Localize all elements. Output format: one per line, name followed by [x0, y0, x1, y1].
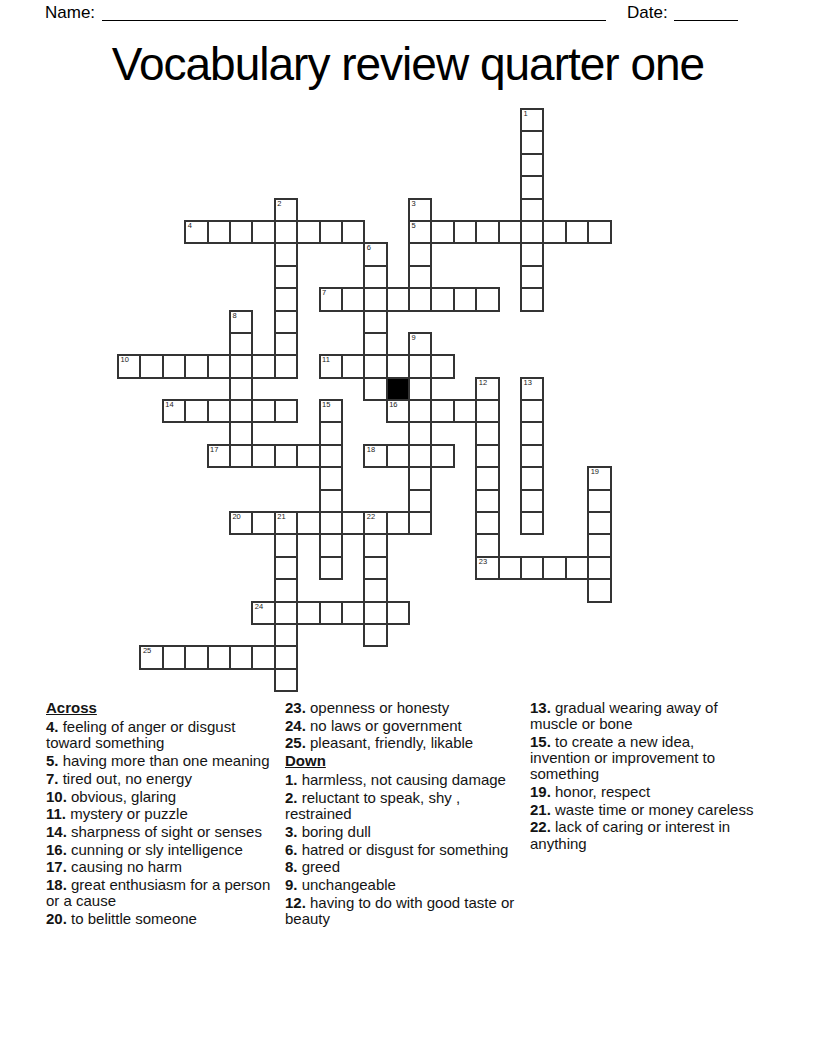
clue-number: 9. [285, 876, 298, 893]
across-clues-part-1: 4. feeling of anger or disgust toward so… [46, 719, 282, 927]
cell-number-3: 3 [412, 200, 416, 209]
clue-number: 7. [46, 770, 59, 787]
cell-r5-c17[interactable] [499, 221, 521, 243]
cell-r21-c11[interactable] [364, 579, 386, 601]
cell-r13-c14[interactable] [431, 400, 453, 422]
cell-r17-c16[interactable] [476, 490, 498, 512]
cell-r13-c13[interactable] [409, 400, 431, 422]
cell-r11-c4[interactable] [208, 355, 230, 377]
cell-r11-c3[interactable] [185, 355, 207, 377]
cell-r22-c12[interactable] [387, 602, 409, 624]
cell-r5-c3[interactable]: 4 [185, 221, 207, 243]
cell-number-8: 8 [232, 312, 236, 321]
cell-r8-c16[interactable] [476, 288, 498, 310]
cell-r4-c18[interactable] [521, 199, 543, 221]
clue-text: obvious, glaring [67, 788, 176, 805]
cell-r5-c18[interactable] [521, 221, 543, 243]
cell-r8-c13[interactable] [409, 288, 431, 310]
black-cell-r12-c12 [387, 378, 409, 400]
cell-r11-c14[interactable] [431, 355, 453, 377]
date-write-line[interactable] [674, 20, 738, 21]
cell-r15-c9[interactable] [320, 445, 342, 467]
clue-number: 15. [530, 733, 551, 750]
puzzle-title: Vocabulary review quarter one [0, 38, 816, 90]
cell-r22-c10[interactable] [342, 602, 364, 624]
clue-text: having to do with good taste or beauty [285, 894, 514, 927]
cell-r8-c11[interactable] [364, 288, 386, 310]
cell-r18-c6[interactable] [252, 512, 274, 534]
clue-down-21: 21. waste time or money careless [530, 802, 756, 818]
clue-across-17: 17. causing no harm [46, 859, 282, 875]
cell-r24-c1[interactable]: 25 [140, 646, 162, 668]
cell-r6-c13[interactable] [409, 243, 431, 265]
cell-r5-c15[interactable] [454, 221, 476, 243]
clues-column-2: 23. openness or honesty24. no laws or go… [285, 700, 521, 929]
clue-number: 25. [285, 734, 306, 751]
cell-r11-c6[interactable] [252, 355, 274, 377]
clue-number: 23. [285, 699, 306, 716]
clue-number: 13. [530, 699, 551, 716]
cell-number-12: 12 [479, 379, 487, 388]
cell-r12-c5[interactable] [230, 378, 252, 400]
cell-r16-c21[interactable]: 19 [588, 467, 610, 489]
clue-text: to create a new idea, invention or impro… [530, 733, 715, 782]
clue-number: 11. [46, 805, 66, 822]
clue-text: causing no harm [67, 858, 182, 875]
cell-r22-c8[interactable] [297, 602, 319, 624]
cell-r13-c15[interactable] [454, 400, 476, 422]
cell-r18-c13[interactable] [409, 512, 431, 534]
cell-r24-c7[interactable] [275, 646, 297, 668]
down-clues-part-1: 1. harmless, not causing damage2. reluct… [285, 772, 521, 927]
cell-number-1: 1 [524, 110, 528, 119]
cell-r20-c17[interactable] [499, 557, 521, 579]
across-clues-part-2: 23. openness or honesty24. no laws or go… [285, 700, 521, 752]
cell-r3-c18[interactable] [521, 176, 543, 198]
cell-r9-c5[interactable]: 8 [230, 311, 252, 333]
clue-text: boring dull [298, 823, 371, 840]
cell-r18-c21[interactable] [588, 512, 610, 534]
cell-r8-c15[interactable] [454, 288, 476, 310]
cell-r4-c7[interactable]: 2 [275, 199, 297, 221]
cell-r12-c18[interactable]: 13 [521, 378, 543, 400]
clue-number: 18. [46, 876, 67, 893]
cell-r19-c9[interactable] [320, 534, 342, 556]
cell-r11-c9[interactable]: 11 [320, 355, 342, 377]
clue-across-25: 25. pleasant, friendly, likable [285, 735, 521, 751]
clue-text: pleasant, friendly, likable [306, 734, 473, 751]
cell-r13-c3[interactable] [185, 400, 207, 422]
cell-r6-c18[interactable] [521, 243, 543, 265]
cell-r20-c18[interactable] [521, 557, 543, 579]
clue-across-5: 5. having more than one meaning [46, 753, 282, 769]
clue-text: no laws or government [306, 717, 462, 734]
cell-r18-c7[interactable]: 21 [275, 512, 297, 534]
clue-across-24: 24. no laws or government [285, 718, 521, 734]
cell-r13-c2[interactable]: 14 [163, 400, 185, 422]
cell-r15-c12[interactable] [387, 445, 409, 467]
cell-r11-c10[interactable] [342, 355, 364, 377]
cell-r11-c12[interactable] [387, 355, 409, 377]
clue-across-18: 18. great enthusiasm for a person or a c… [46, 877, 282, 909]
cell-r15-c4[interactable]: 17 [208, 445, 230, 467]
cell-number-24: 24 [255, 603, 263, 612]
cell-r11-c7[interactable] [275, 355, 297, 377]
across-header: Across [46, 700, 282, 716]
cell-r18-c16[interactable] [476, 512, 498, 534]
clue-across-10: 10. obvious, glaring [46, 789, 282, 805]
cell-r12-c11[interactable] [364, 378, 386, 400]
cell-r10-c7[interactable] [275, 333, 297, 355]
cell-r11-c13[interactable] [409, 355, 431, 377]
cell-r23-c7[interactable] [275, 624, 297, 646]
cell-r11-c1[interactable] [140, 355, 162, 377]
cell-r1-c18[interactable] [521, 131, 543, 153]
clue-number: 22. [530, 818, 551, 835]
clue-down-15: 15. to create a new idea, invention or i… [530, 734, 756, 783]
cell-r25-c7[interactable] [275, 669, 297, 691]
clue-across-23: 23. openness or honesty [285, 700, 521, 716]
cell-r20-c20[interactable] [566, 557, 588, 579]
cell-r12-c13[interactable] [409, 378, 431, 400]
cell-r0-c18[interactable]: 1 [521, 109, 543, 131]
cell-number-16: 16 [389, 401, 397, 410]
clue-text: unchangeable [298, 876, 396, 893]
cell-number-17: 17 [210, 446, 218, 455]
cell-r8-c12[interactable] [387, 288, 409, 310]
cell-r15-c5[interactable] [230, 445, 252, 467]
cell-r13-c7[interactable] [275, 400, 297, 422]
clue-text: openness or honesty [306, 699, 449, 716]
cell-r14-c16[interactable] [476, 422, 498, 444]
cell-r15-c16[interactable] [476, 445, 498, 467]
clue-across-16: 16. cunning or sly intelligence [46, 842, 282, 858]
cell-r8-c10[interactable] [342, 288, 364, 310]
cell-number-5: 5 [412, 222, 416, 231]
cell-r13-c18[interactable] [521, 400, 543, 422]
clue-number: 19. [530, 783, 551, 800]
clue-number: 16. [46, 841, 67, 858]
cell-r17-c21[interactable] [588, 490, 610, 512]
crossword-grid: 1234567891011121314151617181920212223242… [118, 109, 611, 691]
clues-column-1: Across 4. feeling of anger or disgust to… [46, 700, 282, 929]
clue-number: 14. [46, 823, 67, 840]
cell-number-22: 22 [367, 513, 375, 522]
cell-r22-c7[interactable] [275, 602, 297, 624]
cell-number-19: 19 [591, 468, 599, 477]
clue-text: hatred or disgust for something [298, 841, 509, 858]
cell-r16-c9[interactable] [320, 467, 342, 489]
cell-number-14: 14 [165, 401, 173, 410]
clue-text: honor, respect [551, 783, 650, 800]
cell-r13-c16[interactable] [476, 400, 498, 422]
clue-text: waste time or money careless [551, 801, 754, 818]
clue-down-6: 6. hatred or disgust for something [285, 842, 521, 858]
cell-r7-c11[interactable] [364, 266, 386, 288]
clue-number: 1. [285, 771, 298, 788]
cell-r9-c7[interactable] [275, 311, 297, 333]
clues-column-3: 13. gradual wearing away of muscle or bo… [530, 700, 756, 853]
clue-across-4: 4. feeling of anger or disgust toward so… [46, 719, 282, 751]
clue-number: 20. [46, 910, 67, 927]
cell-number-4: 4 [188, 222, 192, 231]
cell-r24-c2[interactable] [163, 646, 185, 668]
cell-r18-c12[interactable] [387, 512, 409, 534]
cell-r6-c7[interactable] [275, 243, 297, 265]
cell-r11-c0[interactable]: 10 [118, 355, 140, 377]
clue-across-11: 11. mystery or puzzle [46, 806, 282, 822]
clue-text: great enthusiasm for a person or a cause [46, 876, 270, 909]
clue-text: cunning or sly intelligence [67, 841, 243, 858]
cell-r5-c19[interactable] [543, 221, 565, 243]
cell-r23-c11[interactable] [364, 624, 386, 646]
cell-r15-c8[interactable] [297, 445, 319, 467]
down-clues-part-2: 13. gradual wearing away of muscle or bo… [530, 700, 756, 852]
cell-r18-c11[interactable]: 22 [364, 512, 386, 534]
cell-r15-c14[interactable] [431, 445, 453, 467]
cell-r19-c16[interactable] [476, 534, 498, 556]
cell-r13-c4[interactable] [208, 400, 230, 422]
cell-r7-c13[interactable] [409, 266, 431, 288]
cell-r6-c11[interactable]: 6 [364, 243, 386, 265]
cell-r17-c13[interactable] [409, 490, 431, 512]
clue-number: 3. [285, 823, 298, 840]
cell-r13-c12[interactable]: 16 [387, 400, 409, 422]
cell-r14-c13[interactable] [409, 422, 431, 444]
cell-number-10: 10 [121, 356, 129, 365]
cell-r19-c11[interactable] [364, 534, 386, 556]
cell-r13-c9[interactable]: 15 [320, 400, 342, 422]
cell-r16-c18[interactable] [521, 467, 543, 489]
cell-r14-c9[interactable] [320, 422, 342, 444]
clue-down-22: 22. lack of caring or interest in anythi… [530, 819, 756, 851]
cell-r24-c6[interactable] [252, 646, 274, 668]
cell-number-21: 21 [277, 513, 285, 522]
cell-r15-c13[interactable] [409, 445, 431, 467]
cell-r11-c11[interactable] [364, 355, 386, 377]
clue-text: feeling of anger or disgust toward somet… [46, 718, 235, 751]
cell-r8-c7[interactable] [275, 288, 297, 310]
clue-text: having more than one meaning [59, 752, 270, 769]
worksheet-page: { "game": "crossword", "header": { "name… [0, 0, 816, 1056]
cell-r11-c2[interactable] [163, 355, 185, 377]
clue-number: 6. [285, 841, 298, 858]
cell-r17-c9[interactable] [320, 490, 342, 512]
clue-text: greed [298, 858, 341, 875]
cell-r22-c11[interactable] [364, 602, 386, 624]
name-write-line[interactable] [102, 20, 606, 21]
cell-number-20: 20 [232, 513, 240, 522]
cell-r16-c13[interactable] [409, 467, 431, 489]
cell-r24-c4[interactable] [208, 646, 230, 668]
clue-text: mystery or puzzle [66, 805, 188, 822]
cell-r18-c5[interactable]: 20 [230, 512, 252, 534]
cell-r8-c14[interactable] [431, 288, 453, 310]
cell-r9-c11[interactable] [364, 311, 386, 333]
cell-r8-c18[interactable] [521, 288, 543, 310]
cell-number-7: 7 [322, 289, 326, 298]
cell-r22-c9[interactable] [320, 602, 342, 624]
clue-down-2: 2. reluctant to speak, shy , restrained [285, 790, 521, 822]
clue-number: 8. [285, 858, 298, 875]
cell-r7-c7[interactable] [275, 266, 297, 288]
clue-across-20: 20. to belittle someone [46, 911, 282, 927]
cell-r5-c6[interactable] [252, 221, 274, 243]
cell-r13-c5[interactable] [230, 400, 252, 422]
cell-number-9: 9 [412, 334, 416, 343]
cell-r10-c5[interactable] [230, 333, 252, 355]
cell-r5-c10[interactable] [342, 221, 364, 243]
cell-number-2: 2 [277, 200, 281, 209]
down-header: Down [285, 753, 521, 769]
cell-r15-c11[interactable]: 18 [364, 445, 386, 467]
cell-number-6: 6 [367, 244, 371, 253]
cell-r2-c18[interactable] [521, 154, 543, 176]
clue-down-12: 12. having to do with good taste or beau… [285, 895, 521, 927]
cell-r19-c7[interactable] [275, 534, 297, 556]
clue-number: 10. [46, 788, 67, 805]
cell-r5-c7[interactable] [275, 221, 297, 243]
cell-number-15: 15 [322, 401, 330, 410]
cell-r15-c18[interactable] [521, 445, 543, 467]
clue-down-13: 13. gradual wearing away of muscle or bo… [530, 700, 756, 732]
clue-text: tired out, no energy [59, 770, 192, 787]
cell-r4-c13[interactable]: 3 [409, 199, 431, 221]
clue-text: to belittle someone [67, 910, 197, 927]
cell-number-18: 18 [367, 446, 375, 455]
cell-r15-c6[interactable] [252, 445, 274, 467]
cell-r11-c5[interactable] [230, 355, 252, 377]
cell-r5-c16[interactable] [476, 221, 498, 243]
clue-number: 2. [285, 789, 298, 806]
clue-across-14: 14. sharpness of sight or senses [46, 824, 282, 840]
cell-number-25: 25 [143, 647, 151, 656]
clue-text: reluctant to speak, shy , restrained [285, 789, 460, 822]
cell-r12-c16[interactable]: 12 [476, 378, 498, 400]
cell-r18-c10[interactable] [342, 512, 364, 534]
cell-number-13: 13 [524, 379, 532, 388]
cell-r19-c21[interactable] [588, 534, 610, 556]
cell-r20-c11[interactable] [364, 557, 386, 579]
cell-r8-c9[interactable]: 7 [320, 288, 342, 310]
name-label: Name: [45, 3, 95, 23]
cell-r7-c18[interactable] [521, 266, 543, 288]
cell-r21-c21[interactable] [588, 579, 610, 601]
cell-r5-c20[interactable] [566, 221, 588, 243]
clue-number: 17. [46, 858, 67, 875]
cell-r21-c7[interactable] [275, 579, 297, 601]
cell-r14-c18[interactable] [521, 422, 543, 444]
cell-r16-c16[interactable] [476, 467, 498, 489]
cell-r18-c18[interactable] [521, 512, 543, 534]
clue-text: gradual wearing away of muscle or bone [530, 699, 718, 732]
clue-text: lack of caring or interest in anything [530, 818, 730, 851]
cell-number-11: 11 [322, 356, 330, 365]
clue-down-19: 19. honor, respect [530, 784, 756, 800]
cell-r20-c16[interactable]: 23 [476, 557, 498, 579]
cell-r5-c5[interactable] [230, 221, 252, 243]
cell-r5-c21[interactable] [588, 221, 610, 243]
clue-text: sharpness of sight or senses [67, 823, 262, 840]
clue-number: 4. [46, 718, 59, 735]
cell-r5-c14[interactable] [431, 221, 453, 243]
clue-down-8: 8. greed [285, 859, 521, 875]
cell-r15-c7[interactable] [275, 445, 297, 467]
clue-number: 21. [530, 801, 551, 818]
cell-r20-c19[interactable] [543, 557, 565, 579]
cell-r18-c8[interactable] [297, 512, 319, 534]
cell-r10-c11[interactable] [364, 333, 386, 355]
cell-r20-c7[interactable] [275, 557, 297, 579]
cell-r5-c4[interactable] [208, 221, 230, 243]
cell-r5-c8[interactable] [297, 221, 319, 243]
clue-down-3: 3. boring dull [285, 824, 521, 840]
cell-r14-c5[interactable] [230, 422, 252, 444]
clue-number: 24. [285, 717, 306, 734]
cell-r20-c9[interactable] [320, 557, 342, 579]
clue-number: 5. [46, 752, 59, 769]
cell-r13-c6[interactable] [252, 400, 274, 422]
cell-r5-c13[interactable]: 5 [409, 221, 431, 243]
clue-down-1: 1. harmless, not causing damage [285, 772, 521, 788]
clue-number: 12. [285, 894, 306, 911]
clue-across-7: 7. tired out, no energy [46, 771, 282, 787]
cell-r18-c9[interactable] [320, 512, 342, 534]
cell-r24-c5[interactable] [230, 646, 252, 668]
cell-r20-c21[interactable] [588, 557, 610, 579]
cell-r22-c6[interactable]: 24 [252, 602, 274, 624]
cell-number-23: 23 [479, 558, 487, 567]
clue-text: harmless, not causing damage [298, 771, 506, 788]
date-label: Date: [627, 3, 668, 23]
cell-r10-c13[interactable]: 9 [409, 333, 431, 355]
cell-r17-c18[interactable] [521, 490, 543, 512]
cell-r24-c3[interactable] [185, 646, 207, 668]
cell-r5-c9[interactable] [320, 221, 342, 243]
clue-down-9: 9. unchangeable [285, 877, 521, 893]
